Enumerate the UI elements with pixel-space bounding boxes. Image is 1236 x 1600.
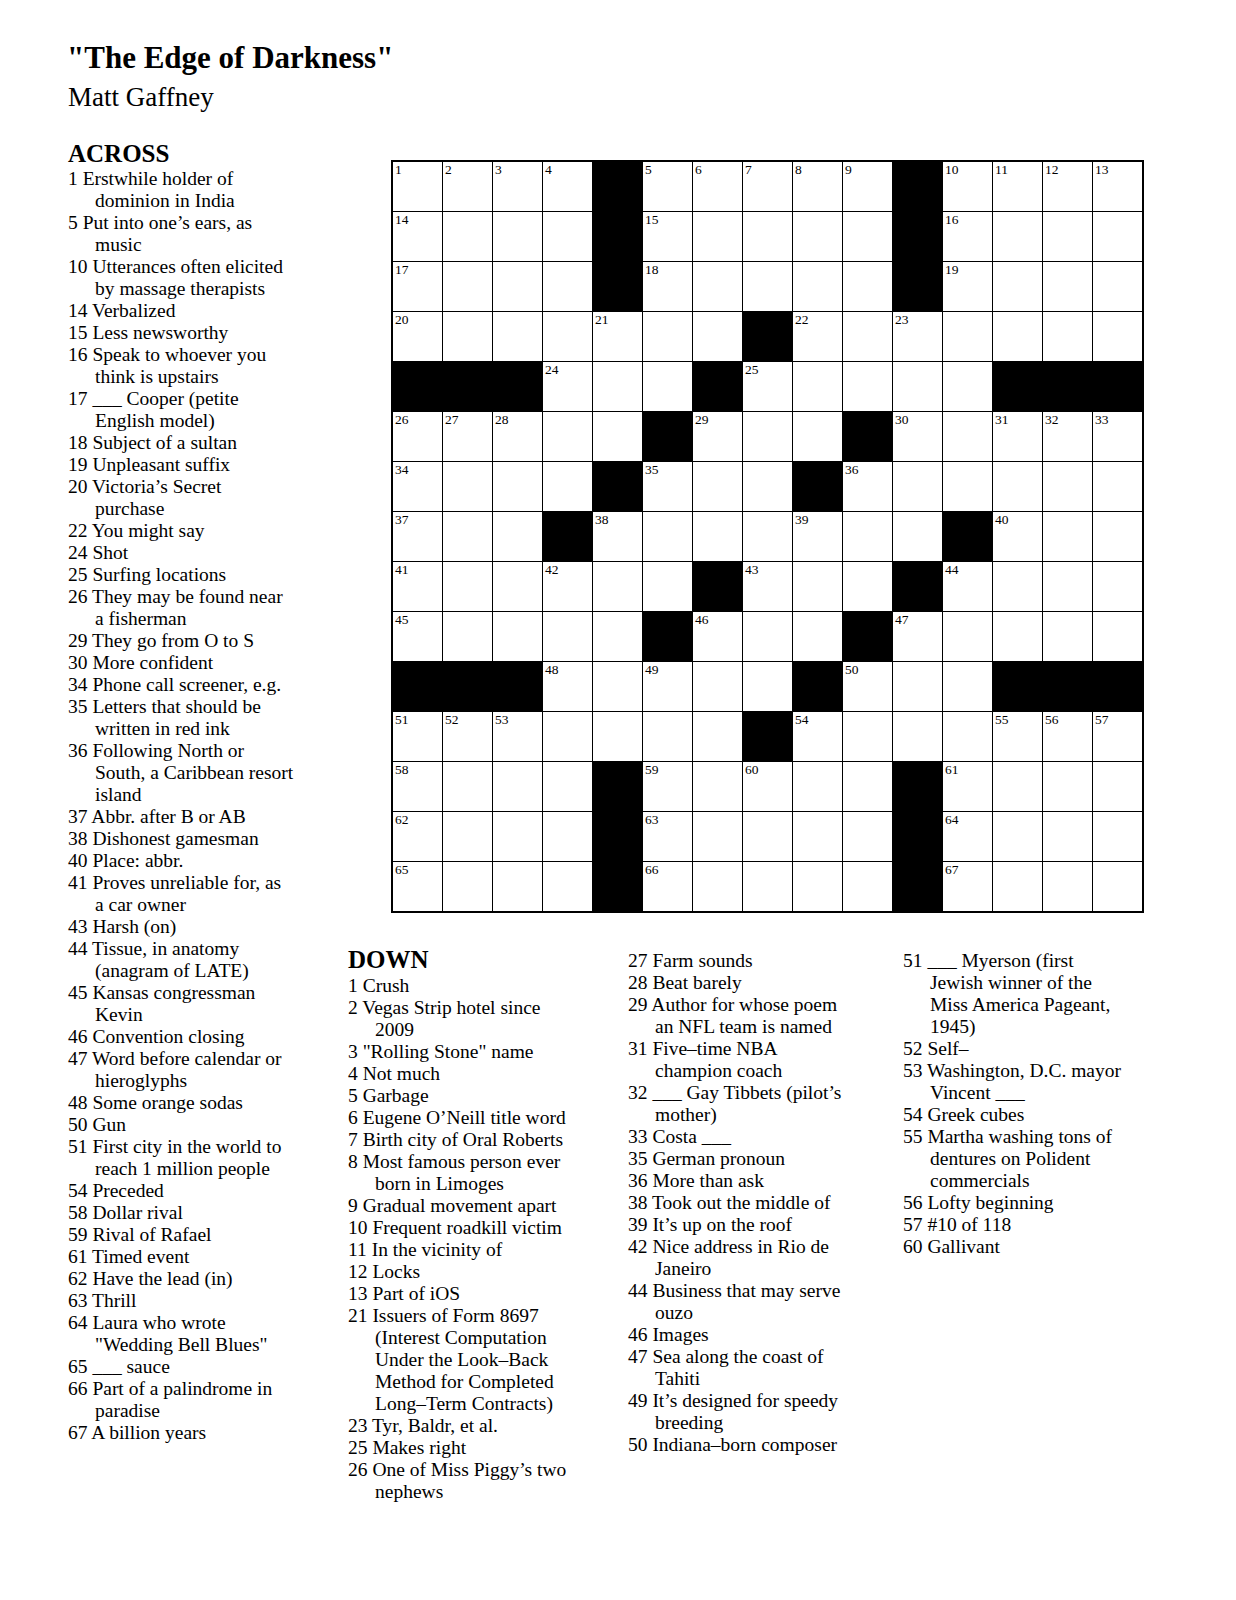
clue-number: 35 [628,1148,648,1169]
grid-cell[interactable] [1043,562,1092,611]
grid-cell[interactable] [593,562,642,611]
cell-number: 60 [745,762,759,777]
down-clue-list-1: 1 Crush2 Vegas Strip hotel since 20093 "… [348,975,638,1503]
grid-cell[interactable]: 27 [443,412,492,461]
grid-cell[interactable] [443,762,492,811]
grid-cell[interactable]: 13 [1093,162,1142,211]
grid-cell[interactable] [743,812,792,861]
grid-cell[interactable] [443,862,492,911]
grid-cell[interactable] [693,512,742,561]
clue-number: 3 [348,1041,358,1062]
cell-number: 43 [745,562,759,577]
clue-number: 47 [628,1346,648,1367]
clue-item: 44 Tissue, in anatomy (anagram of LATE) [68,938,373,982]
grid-cell[interactable] [1093,462,1142,511]
grid-cell[interactable]: 10 [943,162,992,211]
grid-cell[interactable] [593,662,642,711]
grid-cell[interactable]: 32 [1043,412,1092,461]
clue-number: 20 [68,476,88,497]
grid-cell[interactable] [693,212,742,261]
grid-cell[interactable] [993,462,1042,511]
black-square [893,762,942,811]
grid-cell[interactable]: 43 [743,562,792,611]
clue-item: 49 It’s designed for speedy breeding [628,1390,908,1434]
clue-number: 54 [68,1180,88,1201]
grid-cell[interactable] [493,612,542,661]
clue-item: 40 Place: abbr. [68,850,373,872]
grid-cell[interactable] [493,862,542,911]
grid-cell[interactable] [443,262,492,311]
grid-cell[interactable]: 42 [543,562,592,611]
grid-cell[interactable] [1043,612,1092,661]
clue-text: Not much [363,1063,440,1084]
clue-text: Timed event [92,1246,189,1267]
grid-cell[interactable] [693,662,742,711]
grid-cell[interactable] [843,812,892,861]
grid-cell[interactable]: 57 [1093,712,1142,761]
clue-text: Eugene O’Neill title word [363,1107,566,1128]
clue-text: Most famous person ever born in Limoges [363,1151,561,1194]
grid-cell[interactable] [1043,512,1092,561]
grid-cell[interactable]: 21 [593,312,642,361]
clue-number: 29 [68,630,88,651]
grid-cell[interactable] [743,862,792,911]
grid-cell[interactable]: 6 [693,162,742,211]
clue-item: 51 First city in the world to reach 1 mi… [68,1136,373,1180]
black-square [593,462,642,511]
grid-cell[interactable]: 15 [643,212,692,261]
grid-cell[interactable]: 40 [993,512,1042,561]
clue-text: Birth city of Oral Roberts [363,1129,563,1150]
grid-cell[interactable] [893,462,942,511]
grid-cell[interactable] [443,562,492,611]
grid-cell[interactable] [943,612,992,661]
cell-number: 54 [795,712,809,727]
clue-item: 52 Self– [903,1038,1203,1060]
grid-cell[interactable]: 33 [1093,412,1142,461]
grid-cell[interactable] [743,512,792,561]
grid-cell[interactable] [743,612,792,661]
black-square [493,662,542,711]
grid-cell[interactable]: 8 [793,162,842,211]
grid-cell[interactable] [843,862,892,911]
grid-cell[interactable] [493,312,542,361]
down-clue-list-2: 27 Farm sounds28 Beat barely29 Author fo… [628,950,908,1456]
grid-cell[interactable] [443,512,492,561]
grid-cell[interactable] [693,862,742,911]
clue-item: 29 Author for whose poem an NFL team is … [628,994,908,1038]
grid-cell[interactable]: 60 [743,762,792,811]
cell-number: 27 [445,412,459,427]
grid-cell[interactable] [893,662,942,711]
grid-cell[interactable]: 51 [393,712,442,761]
grid-cell[interactable] [693,462,742,511]
clue-item: 13 Part of iOS [348,1283,638,1305]
grid-cell[interactable] [593,412,642,461]
clue-text: Laura who wrote "Wedding Bell Blues" [92,1312,267,1355]
grid-cell[interactable] [893,512,942,561]
grid-cell[interactable] [443,812,492,861]
grid-cell[interactable] [543,312,592,361]
grid-cell[interactable] [1093,562,1142,611]
black-square [1093,662,1142,711]
clue-number: 12 [348,1261,368,1282]
puzzle-author: Matt Gaffney [68,82,214,113]
grid-cell[interactable]: 35 [643,462,692,511]
grid-cell[interactable] [543,812,592,861]
grid-cell[interactable] [743,262,792,311]
grid-cell[interactable] [993,762,1042,811]
clue-text: Costa ___ [652,1126,731,1147]
clue-item: 50 Gun [68,1114,373,1136]
clue-number: 4 [348,1063,358,1084]
black-square [893,162,942,211]
clue-text: Gun [92,1114,126,1135]
clue-item: 57 #10 of 118 [903,1214,1203,1236]
clue-item: 25 Surfing locations [68,564,373,586]
cell-number: 28 [495,412,509,427]
grid-cell[interactable] [1093,612,1142,661]
grid-cell[interactable] [793,562,842,611]
clue-item: 36 More than ask [628,1170,908,1192]
grid-cell[interactable] [793,812,842,861]
clue-number: 9 [348,1195,358,1216]
grid-cell[interactable]: 53 [493,712,542,761]
grid-cell[interactable] [1043,862,1092,911]
clue-number: 7 [348,1129,358,1150]
clue-item: 39 It’s up on the roof [628,1214,908,1236]
down-clue-list-3: 51 ___ Myerson (first Jewish winner of t… [903,950,1203,1258]
clue-item: 60 Gallivant [903,1236,1203,1258]
grid-cell[interactable]: 46 [693,612,742,661]
grid-cell[interactable]: 47 [893,612,942,661]
black-square [693,362,742,411]
grid-cell[interactable] [843,562,892,611]
clue-number: 36 [628,1170,648,1191]
grid-cell[interactable] [493,562,542,611]
clue-item: 6 Eugene O’Neill title word [348,1107,638,1129]
grid-cell[interactable] [993,812,1042,861]
black-square [593,212,642,261]
grid-cell[interactable] [793,612,842,661]
grid-cell[interactable] [593,712,642,761]
grid-cell[interactable] [543,462,592,511]
clue-number: 26 [348,1459,368,1480]
grid-cell[interactable] [943,462,992,511]
grid-cell[interactable] [643,362,692,411]
clue-number: 50 [68,1114,88,1135]
clue-number: 8 [348,1151,358,1172]
grid-cell[interactable]: 31 [993,412,1042,461]
grid-cell[interactable] [843,362,892,411]
grid-cell[interactable] [893,712,942,761]
grid-cell[interactable] [493,262,542,311]
grid-cell[interactable]: 37 [393,512,442,561]
grid-cell[interactable] [1043,212,1092,261]
grid-cell[interactable]: 39 [793,512,842,561]
cell-number: 2 [445,162,452,177]
clue-item: 35 Letters that should be written in red… [68,696,373,740]
grid-cell[interactable] [993,262,1042,311]
grid-cell[interactable] [943,712,992,761]
grid-cell[interactable] [893,362,942,411]
black-square [993,362,1042,411]
clue-number: 31 [628,1038,648,1059]
grid-cell[interactable] [1093,812,1142,861]
grid-cell[interactable] [843,762,892,811]
grid-cell[interactable]: 16 [943,212,992,261]
cell-number: 45 [395,612,409,627]
clue-text: Nice address in Rio de Janeiro [652,1236,829,1279]
cell-number: 17 [395,262,409,277]
grid-cell[interactable]: 17 [393,262,442,311]
clue-text: Tissue, in anatomy (anagram of LATE) [92,938,249,981]
grid-cell[interactable]: 62 [393,812,442,861]
black-square [493,362,542,411]
grid-cell[interactable]: 12 [1043,162,1092,211]
grid-cell[interactable] [693,712,742,761]
clue-text: Sea along the coast of Tahiti [652,1346,823,1389]
grid-cell[interactable] [493,462,542,511]
clue-item: 42 Nice address in Rio de Janeiro [628,1236,908,1280]
grid-cell[interactable] [993,612,1042,661]
grid-cell[interactable] [993,562,1042,611]
grid-cell[interactable]: 66 [643,862,692,911]
cell-number: 67 [945,862,959,877]
grid-cell[interactable] [993,862,1042,911]
grid-cell[interactable] [443,312,492,361]
grid-cell[interactable]: 38 [593,512,642,561]
clue-item: 1 Crush [348,975,638,997]
grid-cell[interactable] [1043,462,1092,511]
down-heading: DOWN [348,946,429,974]
clue-item: 54 Preceded [68,1180,373,1202]
grid-cell[interactable] [443,462,492,511]
grid-cell[interactable] [543,262,592,311]
grid-cell[interactable]: 3 [493,162,542,211]
black-square [443,362,492,411]
grid-cell[interactable]: 25 [743,362,792,411]
clue-number: 18 [68,432,88,453]
grid-cell[interactable]: 19 [943,262,992,311]
grid-cell[interactable] [743,462,792,511]
clue-text: Following North or South, a Caribbean re… [92,740,293,805]
clue-number: 46 [628,1324,648,1345]
clue-item: 56 Lofty beginning [903,1192,1203,1214]
grid-cell[interactable]: 50 [843,662,892,711]
grid-cell[interactable] [943,412,992,461]
grid-cell[interactable] [793,262,842,311]
grid-cell[interactable]: 61 [943,762,992,811]
grid-cell[interactable]: 18 [643,262,692,311]
grid-cell[interactable]: 49 [643,662,692,711]
cell-number: 22 [795,312,809,327]
clue-text: First city in the world to reach 1 milli… [92,1136,281,1179]
grid-cell[interactable]: 65 [393,862,442,911]
clue-text: Greek cubes [927,1104,1024,1125]
grid-cell[interactable]: 2 [443,162,492,211]
grid-cell[interactable]: 54 [793,712,842,761]
grid-cell[interactable]: 24 [543,362,592,411]
clue-item: 47 Word before calendar or hieroglyphs [68,1048,373,1092]
grid-cell[interactable] [1043,812,1092,861]
grid-cell[interactable]: 7 [743,162,792,211]
clue-text: Shot [92,542,128,563]
grid-cell[interactable]: 1 [393,162,442,211]
clue-number: 53 [903,1060,923,1081]
grid-cell[interactable] [793,762,842,811]
grid-cell[interactable]: 67 [943,862,992,911]
grid-cell[interactable]: 11 [993,162,1042,211]
grid-cell[interactable]: 44 [943,562,992,611]
grid-cell[interactable] [793,862,842,911]
grid-cell[interactable] [1093,262,1142,311]
clue-item: 1 Erstwhile holder of dominion in India [68,168,373,212]
cell-number: 33 [1095,412,1109,427]
cell-number: 1 [395,162,402,177]
grid-cell[interactable] [493,762,542,811]
clue-item: 58 Dollar rival [68,1202,373,1224]
cell-number: 38 [595,512,609,527]
clue-number: 1 [68,168,78,189]
grid-cell[interactable]: 9 [843,162,892,211]
grid-cell[interactable] [643,312,692,361]
grid-cell[interactable] [843,312,892,361]
grid-cell[interactable]: 45 [393,612,442,661]
cell-number: 32 [1045,412,1059,427]
across-heading: ACROSS [68,140,373,168]
grid-cell[interactable]: 29 [693,412,742,461]
cell-number: 19 [945,262,959,277]
grid-cell[interactable] [843,212,892,261]
clue-number: 58 [68,1202,88,1223]
grid-cell[interactable] [643,712,692,761]
grid-cell[interactable] [1093,312,1142,361]
grid-cell[interactable] [993,212,1042,261]
grid-cell[interactable]: 20 [393,312,442,361]
clue-text: Thrill [92,1290,136,1311]
clue-text: Part of a palindrome in paradise [92,1378,272,1421]
grid-cell[interactable] [843,512,892,561]
grid-cell[interactable] [493,812,542,861]
grid-cell[interactable] [1043,262,1092,311]
clue-number: 37 [68,806,88,827]
grid-cell[interactable] [993,312,1042,361]
grid-cell[interactable]: 14 [393,212,442,261]
grid-cell[interactable]: 55 [993,712,1042,761]
grid-cell[interactable] [743,412,792,461]
grid-cell[interactable] [843,712,892,761]
grid-cell[interactable]: 59 [643,762,692,811]
grid-cell[interactable] [443,612,492,661]
grid-cell[interactable]: 63 [643,812,692,861]
grid-cell[interactable] [793,362,842,411]
grid-cell[interactable] [943,362,992,411]
grid-cell[interactable]: 26 [393,412,442,461]
clue-item: 33 Costa ___ [628,1126,908,1148]
grid-cell[interactable] [793,412,842,461]
clue-item: 24 Shot [68,542,373,564]
clue-item: 51 ___ Myerson (first Jewish winner of t… [903,950,1203,1038]
grid-cell[interactable]: 41 [393,562,442,611]
grid-cell[interactable] [743,212,792,261]
clue-item: 20 Victoria’s Secret purchase [68,476,373,520]
grid-cell[interactable]: 36 [843,462,892,511]
clue-number: 5 [68,212,78,233]
grid-cell[interactable] [693,812,742,861]
cell-number: 61 [945,762,959,777]
grid-cell[interactable] [1043,762,1092,811]
grid-cell[interactable] [693,262,742,311]
clue-number: 45 [68,982,88,1003]
grid-cell[interactable] [943,662,992,711]
clue-number: 10 [348,1217,368,1238]
grid-cell[interactable] [643,512,692,561]
grid-cell[interactable] [593,362,642,411]
grid-cell[interactable] [543,412,592,461]
grid-cell[interactable] [843,262,892,311]
grid-cell[interactable] [443,212,492,261]
clue-item: 41 Proves unreliable for, as a car owner [68,872,373,916]
grid-cell[interactable]: 5 [643,162,692,211]
grid-cell[interactable] [643,562,692,611]
grid-cell[interactable] [793,212,842,261]
grid-cell[interactable] [1043,312,1092,361]
grid-cell[interactable] [543,762,592,811]
grid-cell[interactable] [593,612,642,661]
grid-cell[interactable]: 34 [393,462,442,511]
clue-item: 23 Tyr, Baldr, et al. [348,1415,638,1437]
clue-item: 66 Part of a palindrome in paradise [68,1378,373,1422]
grid-cell[interactable] [493,212,542,261]
grid-cell[interactable] [543,212,592,261]
grid-cell[interactable]: 28 [493,412,542,461]
grid-cell[interactable] [543,862,592,911]
grid-cell[interactable] [1093,862,1142,911]
grid-cell[interactable] [743,662,792,711]
grid-cell[interactable] [693,312,742,361]
grid-cell[interactable] [543,712,592,761]
grid-cell[interactable]: 22 [793,312,842,361]
grid-cell[interactable] [1093,512,1142,561]
grid-cell[interactable]: 64 [943,812,992,861]
grid-cell[interactable]: 58 [393,762,442,811]
grid-cell[interactable] [1093,212,1142,261]
clue-text: Abbr. after B or AB [91,806,245,827]
grid-cell[interactable] [943,312,992,361]
grid-cell[interactable] [543,612,592,661]
clue-text: Have the lead (in) [92,1268,232,1289]
clue-text: Dishonest gamesman [92,828,258,849]
grid-cell[interactable] [693,762,742,811]
grid-cell[interactable] [1093,762,1142,811]
grid-cell[interactable]: 30 [893,412,942,461]
clue-number: 11 [348,1239,367,1260]
clue-item: 2 Vegas Strip hotel since 2009 [348,997,638,1041]
puzzle-title: "The Edge of Darkness" [67,40,393,76]
grid-cell[interactable]: 4 [543,162,592,211]
clue-item: 63 Thrill [68,1290,373,1312]
grid-cell[interactable]: 56 [1043,712,1092,761]
grid-cell[interactable]: 23 [893,312,942,361]
grid-cell[interactable]: 52 [443,712,492,761]
grid-cell[interactable] [493,512,542,561]
clue-number: 62 [68,1268,88,1289]
clue-number: 29 [628,994,648,1015]
cell-number: 57 [1095,712,1109,727]
grid-cell[interactable]: 48 [543,662,592,711]
clue-number: 2 [348,997,358,1018]
